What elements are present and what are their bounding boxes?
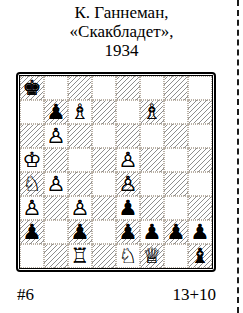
problem-footer: #6 13+10 xyxy=(17,285,216,304)
square-a4: ♘ xyxy=(20,172,44,196)
square-c1: ♖ xyxy=(68,244,92,268)
square-e2: ♟ xyxy=(116,220,140,244)
square-b2 xyxy=(44,220,68,244)
square-d5 xyxy=(92,148,116,172)
square-c2: ♟ xyxy=(68,220,92,244)
black-pawn: ♟ xyxy=(71,220,90,244)
square-e7 xyxy=(116,100,140,124)
square-d2 xyxy=(92,220,116,244)
square-a5: ♔ xyxy=(20,148,44,172)
square-f7: ♗ xyxy=(140,100,164,124)
square-d1 xyxy=(92,244,116,268)
black-pawn: ♟ xyxy=(167,220,186,244)
square-f6 xyxy=(140,124,164,148)
square-c4 xyxy=(68,172,92,196)
square-d7 xyxy=(92,100,116,124)
square-a8: ♚ xyxy=(20,76,44,100)
square-a7 xyxy=(20,100,44,124)
black-pawn: ♟ xyxy=(191,220,210,244)
square-b4: ♙ xyxy=(44,172,68,196)
black-bishop: ♝ xyxy=(191,244,210,268)
white-pawn: ♙ xyxy=(119,148,138,172)
page: К. Ганнеман, «Скакбладет», 1934 ♚♟♗♗♙♔♙♘… xyxy=(0,0,243,313)
square-a6 xyxy=(20,124,44,148)
square-g3 xyxy=(164,196,188,220)
square-b6: ♙ xyxy=(44,124,68,148)
white-bishop: ♗ xyxy=(71,100,90,124)
square-g1 xyxy=(164,244,188,268)
chess-board: ♚♟♗♗♙♔♙♘♙♙♙♙♟♟♟♟♟♟♟♖♘♕♝ xyxy=(16,72,216,272)
black-pawn: ♟ xyxy=(23,220,42,244)
author-line: К. Ганнеман, xyxy=(0,3,243,22)
square-b3 xyxy=(44,196,68,220)
white-knight: ♘ xyxy=(23,172,42,196)
black-pawn: ♟ xyxy=(119,220,138,244)
square-e3: ♟ xyxy=(116,196,140,220)
page-column-separator-line xyxy=(237,0,239,313)
white-pawn: ♙ xyxy=(47,124,66,148)
white-knight: ♘ xyxy=(119,244,138,268)
square-e6 xyxy=(116,124,140,148)
white-pawn: ♙ xyxy=(23,196,42,220)
square-c5 xyxy=(68,148,92,172)
square-d4 xyxy=(92,172,116,196)
chess-board-inner-border: ♚♟♗♗♙♔♙♘♙♙♙♙♟♟♟♟♟♟♟♖♘♕♝ xyxy=(19,75,213,269)
square-f3 xyxy=(140,196,164,220)
square-f1: ♕ xyxy=(140,244,164,268)
square-b1 xyxy=(44,244,68,268)
square-d3 xyxy=(92,196,116,220)
black-pawn: ♟ xyxy=(47,100,66,124)
source-line: «Скакбладет», xyxy=(0,22,243,41)
square-h3 xyxy=(188,196,212,220)
white-queen: ♕ xyxy=(143,244,162,268)
square-d6 xyxy=(92,124,116,148)
white-pawn: ♙ xyxy=(119,172,138,196)
square-h5 xyxy=(188,148,212,172)
square-c6 xyxy=(68,124,92,148)
square-b5 xyxy=(44,148,68,172)
square-d8 xyxy=(92,76,116,100)
year-line: 1934 xyxy=(0,41,243,60)
square-h2: ♟ xyxy=(188,220,212,244)
square-g6 xyxy=(164,124,188,148)
square-a2: ♟ xyxy=(20,220,44,244)
square-g7 xyxy=(164,100,188,124)
square-g5 xyxy=(164,148,188,172)
stipulation: #6 xyxy=(17,285,34,304)
white-rook: ♖ xyxy=(71,244,90,268)
white-pawn: ♙ xyxy=(47,172,66,196)
square-b7: ♟ xyxy=(44,100,68,124)
black-pawn: ♟ xyxy=(143,220,162,244)
square-h8 xyxy=(188,76,212,100)
square-e4: ♙ xyxy=(116,172,140,196)
square-c8 xyxy=(68,76,92,100)
square-c3: ♙ xyxy=(68,196,92,220)
square-f2: ♟ xyxy=(140,220,164,244)
problem-header: К. Ганнеман, «Скакбладет», 1934 xyxy=(0,0,243,60)
square-h1: ♝ xyxy=(188,244,212,268)
material-count: 13+10 xyxy=(172,285,216,304)
white-king: ♔ xyxy=(23,148,42,172)
square-e8 xyxy=(116,76,140,100)
square-h7 xyxy=(188,100,212,124)
square-a3: ♙ xyxy=(20,196,44,220)
square-e1: ♘ xyxy=(116,244,140,268)
white-pawn: ♙ xyxy=(71,196,90,220)
black-pawn: ♟ xyxy=(119,196,138,220)
square-f5 xyxy=(140,148,164,172)
chess-board-grid: ♚♟♗♗♙♔♙♘♙♙♙♙♟♟♟♟♟♟♟♖♘♕♝ xyxy=(20,76,212,268)
square-c7: ♗ xyxy=(68,100,92,124)
square-a1 xyxy=(20,244,44,268)
square-e5: ♙ xyxy=(116,148,140,172)
square-g8 xyxy=(164,76,188,100)
white-bishop: ♗ xyxy=(143,100,162,124)
square-h6 xyxy=(188,124,212,148)
square-f8 xyxy=(140,76,164,100)
square-f4 xyxy=(140,172,164,196)
black-king: ♚ xyxy=(23,76,42,100)
square-h4 xyxy=(188,172,212,196)
square-b8 xyxy=(44,76,68,100)
square-g4 xyxy=(164,172,188,196)
square-g2: ♟ xyxy=(164,220,188,244)
